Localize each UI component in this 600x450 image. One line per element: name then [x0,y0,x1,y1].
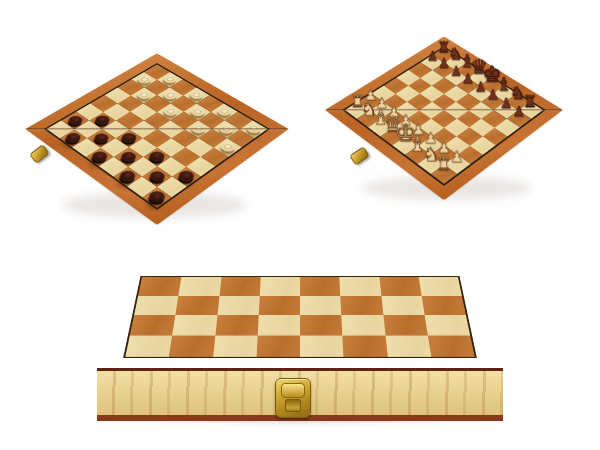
box-lid-square [421,296,466,315]
box-lid-square [179,277,221,295]
box-front-panel [97,368,503,421]
box-lid-square [213,335,258,356]
chess-squares-grid: ♜♞♝♛♚♝♞♜♟♟♟♟♟♟♟♟♟♟♟♟♟♟♟♟♜♞♝♛♚♝♞♜ [345,48,543,184]
box-lid-square [134,296,179,315]
box-lid-square [385,335,431,356]
box-lid-square [418,277,461,295]
box-lid-square [219,277,260,295]
box-lid-square [257,315,300,335]
box-lid-square [125,335,172,356]
box-lid-square [300,315,343,335]
box-lid-square [130,315,176,335]
checkers-board [25,53,288,224]
light-checker-piece [244,123,263,135]
box-lid-square [169,335,215,356]
box-lid-square [259,296,300,315]
box-lid-square [381,296,424,315]
box-lid-square [341,315,385,335]
light-rook-piece: ♜ [430,157,458,174]
square-h1: ♜ [431,164,458,184]
box-lid-square [339,277,380,295]
checkers-board-brass-clasp-icon [29,144,50,164]
box-lid-top [95,270,505,368]
box-lid-square [300,335,344,356]
brass-clasp-icon [275,378,311,418]
box-lid-square [172,315,217,335]
closed-box [95,252,505,427]
box-lid-square [300,277,340,295]
dark-pawn-piece: ♟ [506,104,532,118]
chess-board-border: ♜♞♝♛♚♝♞♜♟♟♟♟♟♟♟♟♟♟♟♟♟♟♟♟♜♞♝♛♚♝♞♜ [342,46,546,186]
dark-checker-piece [147,150,167,163]
box-lid-square [383,315,428,335]
square-h6 [214,138,242,157]
box-lid-square [379,277,421,295]
box-lid-square [340,296,382,315]
box-lid-square [428,335,475,356]
box-lid-square [138,277,181,295]
box-lid-square [260,277,300,295]
checkers-board-border [44,63,270,210]
box-lid-square [176,296,219,315]
box-lid-border [123,276,477,358]
box-lid-square [343,335,388,356]
box-lid-square [215,315,259,335]
box-lid-checkerboard [125,277,474,357]
box-lid-square [256,335,300,356]
box-lid-square [217,296,259,315]
dark-checker-piece [147,189,168,204]
box-lid-square [300,296,341,315]
product-photo-stage: ♜♞♝♛♚♝♞♜♟♟♟♟♟♟♟♟♟♟♟♟♟♟♟♟♜♞♝♛♚♝♞♜ [0,0,600,450]
chess-board: ♜♞♝♛♚♝♞♜♟♟♟♟♟♟♟♟♟♟♟♟♟♟♟♟♜♞♝♛♚♝♞♜ [325,36,563,200]
box-lid-square [424,315,470,335]
chess-board-brass-clasp-icon [349,146,370,165]
square-b2 [74,120,102,138]
square-f5 [457,110,482,127]
checkers-squares-grid [47,65,268,208]
